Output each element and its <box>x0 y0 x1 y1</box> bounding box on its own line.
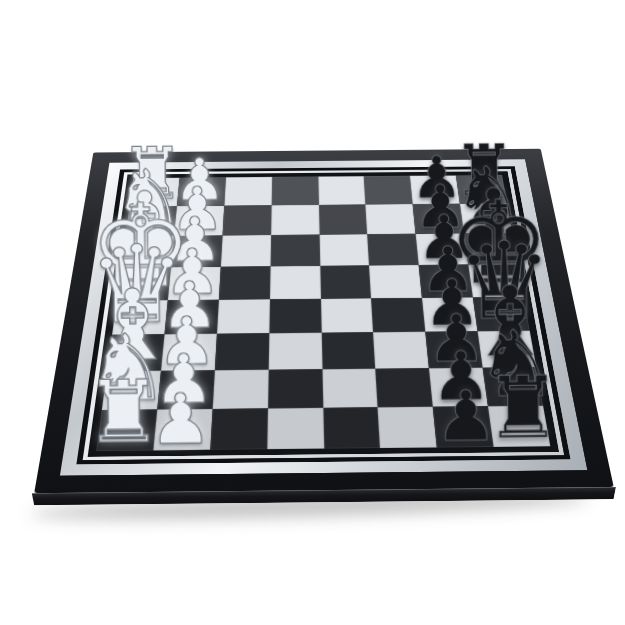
square-b5 <box>322 369 378 408</box>
chess-board: ♜♟♟♜♞♟♟♞♝♟♟♝♚♟♟♚♛♟♟♛♝♟♟♝♞♟♟♞♜♟♟♜ <box>34 149 614 493</box>
square-e5 <box>320 265 372 298</box>
square-h3 <box>224 177 272 206</box>
chess-grid: ♜♟♟♜♞♟♟♞♝♟♟♝♚♟♟♚♛♟♟♛♝♟♟♝♞♟♟♞♜♟♟♜ <box>96 175 550 451</box>
square-d3 <box>217 299 270 334</box>
square-f3 <box>221 235 271 267</box>
chess-set-photo: ♜♟♟♜♞♟♟♞♝♟♟♝♚♟♟♚♛♟♟♛♝♟♟♝♞♟♟♞♜♟♟♜ <box>0 0 625 625</box>
square-e4 <box>270 266 321 299</box>
board-front-edge <box>32 487 616 505</box>
square-a1: ♜ <box>96 410 157 451</box>
square-g6 <box>366 204 416 234</box>
square-b4 <box>268 369 323 408</box>
square-g4 <box>271 205 319 235</box>
square-c3 <box>215 334 269 371</box>
square-e3 <box>219 266 271 299</box>
square-c4 <box>268 333 322 370</box>
square-e6 <box>369 265 422 298</box>
square-a8: ♜ <box>488 406 550 447</box>
square-a5 <box>323 407 381 448</box>
square-a4 <box>267 408 324 449</box>
scene: ♜♟♟♜♞♟♟♞♝♟♟♝♚♟♟♚♛♟♟♛♝♟♟♝♞♟♟♞♜♟♟♜ <box>68 46 573 551</box>
square-a6 <box>378 407 437 448</box>
square-b6 <box>376 368 433 407</box>
square-h5 <box>318 176 366 205</box>
square-c5 <box>321 333 375 370</box>
square-g5 <box>319 204 368 234</box>
square-a2: ♟ <box>153 409 212 450</box>
square-c6 <box>373 332 429 369</box>
piece-black-rook-a8: ♜ <box>484 365 561 451</box>
square-a3 <box>210 408 268 449</box>
square-b3 <box>212 370 268 409</box>
